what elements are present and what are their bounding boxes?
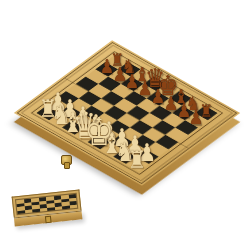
open-chess-board: [14, 40, 240, 185]
folded-chess-board: [12, 190, 83, 226]
folded-square: [69, 204, 77, 208]
folded-latch-clasp: [45, 216, 52, 224]
product-photo: ♜♞♝♛♚♝♞♜♟♟♟♟♟♟♟♟♟♟♟♟♟♟♟♟♜♞♝♛♚♝♞♜: [0, 0, 250, 250]
latch-clasp: [61, 155, 72, 165]
